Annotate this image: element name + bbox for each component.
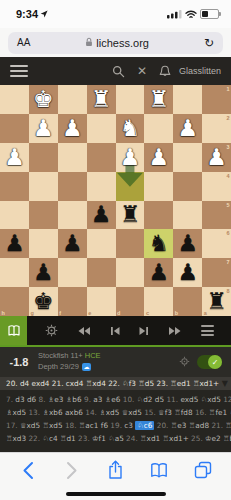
analysis-controls-bar (0, 316, 231, 345)
move[interactable]: ♔f1 (92, 434, 106, 443)
move-number[interactable]: 12. (223, 395, 231, 404)
url-text: lichess.org (96, 37, 149, 49)
chess-board: ♚♜♜1♟♟♞♟2♟♟♟♟34♟♜5♟♟♞♟6♟♟♟7h♚gfedcb♜8a (0, 85, 231, 316)
move-number[interactable]: 17. (6, 421, 18, 430)
square-h5[interactable] (0, 201, 29, 230)
square-g6[interactable] (29, 229, 58, 258)
move-list-line-2: ♗xd5 13. ♗xb6 axb6 14. ♗xd5 ♕xd5 15. ♕f3… (6, 406, 231, 419)
move[interactable]: a3 (93, 395, 102, 404)
square-g4[interactable] (29, 172, 58, 201)
move-number[interactable]: 20. (6, 379, 18, 388)
move-number[interactable]: 18. (65, 421, 77, 430)
move[interactable]: ♕xd5 (122, 408, 142, 417)
engine-info: Stockfish 11+ HCE Depth 29/29 ☁ (38, 351, 179, 373)
file-label-b: b (175, 310, 178, 316)
lock-icon (85, 37, 93, 49)
board-grid: ♚♜♜1♟♟♞♟2♟♟♟♟34♟♜5♟♟♞♟6♟♟♟7h♚gfedcb♜8a (0, 85, 231, 316)
expand-variation-icon[interactable]: ▼ (222, 379, 228, 388)
file-label-f: f (59, 310, 61, 316)
move[interactable]: c3 (124, 421, 133, 430)
white-pawn-f2: ♟ (62, 117, 83, 140)
square-h4[interactable] (0, 172, 29, 201)
square-g5[interactable] (29, 201, 58, 230)
black-king-g8: ♚ (33, 290, 54, 313)
move-number[interactable]: 11. (166, 395, 178, 404)
square-a3[interactable]: ♟3 (202, 143, 231, 172)
move[interactable]: ♘a5 (108, 434, 124, 443)
reader-mode-button[interactable]: AA (17, 37, 30, 48)
move[interactable]: ♖fd8 (174, 408, 192, 417)
square-f6[interactable]: ♟ (58, 229, 87, 258)
square-a7[interactable]: 7 (202, 258, 231, 287)
black-pawn-c7: ♟ (149, 261, 170, 284)
cloud-eval-badge: ☁ (82, 363, 91, 371)
move[interactable]: exd5 (180, 395, 198, 404)
square-g7[interactable]: ♟ (29, 258, 58, 287)
move[interactable]: d4 (20, 379, 29, 388)
location-arrow-icon (40, 8, 48, 20)
square-d3[interactable]: ♟ (116, 143, 145, 172)
square-e3[interactable] (87, 143, 116, 172)
black-pawn-b6: ♟ (177, 232, 198, 255)
back-button[interactable] (16, 458, 40, 482)
move[interactable]: f6 (101, 421, 108, 430)
white-knight-d2: ♞ (120, 117, 141, 140)
hamburger-menu-button[interactable] (10, 65, 28, 77)
square-e1[interactable]: ♜ (87, 85, 116, 114)
engine-toggle-switch[interactable]: ✓ (197, 355, 222, 369)
square-e6[interactable] (87, 229, 116, 258)
next-move-button[interactable] (139, 316, 149, 345)
black-pawn-h6: ♟ (4, 232, 25, 255)
square-e5[interactable]: ♟ (87, 201, 116, 230)
current-move[interactable]: ♘c6 (135, 421, 154, 430)
square-b2[interactable]: ♟ (173, 114, 202, 143)
square-a6[interactable]: 6 (202, 229, 231, 258)
rank-label-4: 4 (226, 173, 229, 179)
analysis-book-button[interactable] (0, 316, 27, 345)
move-number[interactable]: 16. (195, 408, 207, 417)
move-number[interactable]: 22. (108, 379, 120, 388)
square-a8[interactable]: ♜8a (202, 287, 231, 316)
move[interactable]: d5 (155, 395, 164, 404)
move[interactable]: ♖b1 (223, 434, 231, 443)
move[interactable]: ♘xd5 (201, 395, 221, 404)
safari-toolbar (0, 452, 231, 500)
move[interactable]: ♕xd5 (20, 421, 40, 430)
file-label-a: a (204, 310, 207, 316)
square-c2[interactable] (144, 114, 173, 143)
square-a5[interactable]: 5 (202, 201, 231, 230)
move-number[interactable]: 10. (123, 395, 135, 404)
square-a1[interactable]: 1 (202, 85, 231, 114)
black-pawn-g7: ♟ (33, 261, 54, 284)
white-pawn-b2: ♟ (177, 117, 198, 140)
move[interactable]: ♖e3 (171, 421, 187, 430)
move[interactable]: ♖xd3 (6, 434, 26, 443)
reload-button[interactable]: ↻ (204, 36, 214, 50)
square-d8[interactable]: d (116, 287, 145, 316)
move[interactable]: ♘d2 (137, 395, 153, 404)
move[interactable]: ♖d1 (60, 434, 76, 443)
go-to-start-button[interactable] (77, 316, 91, 345)
move[interactable]: ♖xd1 (140, 434, 160, 443)
move-number[interactable]: 9. (84, 395, 91, 404)
move[interactable]: cxd4 (66, 379, 84, 388)
square-e2[interactable] (87, 114, 116, 143)
black-rook-a8: ♜ (206, 290, 227, 313)
move[interactable]: exd4 (32, 379, 50, 388)
gear-icon[interactable] (45, 316, 58, 345)
move-number[interactable]: 19. (110, 421, 122, 430)
square-c1[interactable]: ♜ (144, 85, 173, 114)
square-h8[interactable]: h (0, 287, 29, 316)
square-h6[interactable]: ♟ (0, 229, 29, 258)
square-c3[interactable]: ♟ (144, 143, 173, 172)
move-list-line-3: 17. ♕xd5 ♖xd5 18. ♖ac1 f6 19. c3 ♘c6 20.… (6, 419, 231, 432)
square-d1[interactable] (116, 85, 145, 114)
file-label-g: g (30, 310, 33, 316)
share-icon[interactable] (104, 458, 128, 482)
white-pawn-a3: ♟ (206, 146, 227, 169)
square-b6[interactable]: ♟ (173, 229, 202, 258)
go-to-end-button[interactable] (168, 316, 182, 345)
wifi-icon (185, 5, 197, 23)
engine-variation-strip: 20. d4 exd4 21. cxd4 ♖xd4 22. ♘f3 ♖d5 23… (0, 377, 231, 390)
square-d2[interactable]: ♞ (116, 114, 145, 143)
move[interactable]: ♔e2 (205, 434, 221, 443)
url-text-group[interactable]: lichess.org (30, 37, 204, 49)
engine-settings-gear-icon[interactable] (179, 353, 190, 371)
rank-label-2: 2 (226, 115, 229, 121)
square-f7[interactable] (58, 258, 87, 287)
square-f5[interactable] (58, 201, 87, 230)
move[interactable]: ♖fe1 (209, 408, 227, 417)
url-field[interactable]: AA lichess.org ↻ (8, 32, 223, 54)
black-knight-c6: ♞ (149, 232, 170, 255)
move[interactable]: ♖ac1 (79, 421, 99, 430)
move-list: 7. d3 d6 8. ♗e3 ♗b6 9. a3 ♗e6 10. ♘d2 d5… (0, 390, 231, 452)
move[interactable]: ♕f3 (158, 408, 172, 417)
move[interactable]: ♖xd5 (42, 421, 62, 430)
square-h2[interactable] (0, 114, 29, 143)
move-number[interactable]: 20. (157, 421, 169, 430)
engine-eval-panel: -1.8 Stockfish 11+ HCE Depth 29/29 ☁ ✓ (0, 345, 231, 377)
square-f8[interactable]: f (58, 287, 87, 316)
move[interactable]: ♗xd5 (6, 408, 26, 417)
square-f4[interactable] (58, 172, 87, 201)
lichess-header: ✕ Glasslitten (0, 57, 231, 85)
square-b8[interactable]: b (173, 287, 202, 316)
square-a2[interactable]: 2 (202, 114, 231, 143)
move[interactable]: ♖xd4 (86, 379, 106, 388)
variation-line[interactable]: 20. d4 exd4 21. cxd4 ♖xd4 22. ♘f3 ♖d5 23… (6, 379, 220, 388)
rank-label-1: 1 (226, 86, 229, 92)
rank-label-3: 3 (226, 144, 229, 150)
move-number[interactable]: 22. (28, 434, 40, 443)
safari-url-bar: AA lichess.org ↻ (0, 28, 231, 57)
menu-icon[interactable] (201, 316, 214, 345)
square-d4[interactable] (116, 172, 145, 201)
square-e7[interactable] (87, 258, 116, 287)
white-rook-c1: ♜ (149, 88, 170, 111)
engine-variant: HCE (85, 351, 101, 360)
move-number[interactable]: 8. (39, 395, 46, 404)
file-label-h: h (2, 310, 5, 316)
move[interactable]: axb6 (65, 408, 83, 417)
square-g2[interactable]: ♟ (29, 114, 58, 143)
white-pawn-c3: ♟ (149, 146, 170, 169)
move[interactable]: ♗xd5 (99, 408, 119, 417)
move-number[interactable]: 15. (144, 408, 156, 417)
move-number[interactable]: 13. (28, 408, 40, 417)
rank-label-7: 7 (226, 259, 229, 265)
move-number[interactable]: 25. (191, 434, 203, 443)
move-number[interactable]: 23. (156, 379, 168, 388)
move[interactable]: ♖xd1+ (193, 379, 219, 388)
square-h3[interactable]: ♟ (0, 143, 29, 172)
search-icon[interactable] (110, 62, 128, 80)
square-e4[interactable] (87, 172, 116, 201)
file-label-c: c (146, 310, 149, 316)
black-pawn-e5: ♟ (91, 203, 112, 226)
previous-move-button[interactable] (110, 316, 120, 345)
black-pawn-f6: ♟ (62, 232, 83, 255)
file-label-e: e (88, 310, 91, 316)
square-d6[interactable] (116, 229, 145, 258)
square-c8[interactable]: c (144, 287, 173, 316)
square-b4[interactable] (173, 172, 202, 201)
move[interactable]: d3 (15, 395, 24, 404)
square-f2[interactable]: ♟ (58, 114, 87, 143)
move[interactable]: d6 (27, 395, 36, 404)
square-c4[interactable] (144, 172, 173, 201)
home-indicator[interactable] (66, 492, 166, 496)
move[interactable]: ♖xd1+ (163, 434, 189, 443)
square-a4[interactable]: 4 (202, 172, 231, 201)
square-h7[interactable] (0, 258, 29, 287)
square-g8[interactable]: ♚g (29, 287, 58, 316)
square-c7[interactable]: ♟ (144, 258, 173, 287)
move-list-line-4: ♖xd3 22. ♘c4 ♖d1 23. ♔f1 ♘a5 24. ♖xd1 ♖x… (6, 432, 231, 445)
move[interactable]: ♖d5 (138, 379, 154, 388)
engine-name: Stockfish 11+ (38, 351, 83, 360)
move[interactable]: ♗e6 (105, 395, 121, 404)
move-number[interactable]: 24. (126, 434, 138, 443)
toggle-check-icon: ✓ (208, 355, 222, 369)
clock: 9:34 (16, 8, 38, 20)
rank-label-8: 8 (226, 288, 229, 294)
square-c6[interactable]: ♞ (144, 229, 173, 258)
close-icon[interactable]: ✕ (133, 62, 151, 80)
square-e8[interactable]: e (87, 287, 116, 316)
bell-icon[interactable] (156, 62, 174, 80)
move[interactable]: ♖ed1 (170, 379, 190, 388)
rank-label-6: 6 (226, 230, 229, 236)
bookmarks-icon[interactable] (147, 458, 171, 482)
square-f3[interactable] (58, 143, 87, 172)
square-b5[interactable] (173, 201, 202, 230)
black-rook-d5: ♜ (120, 203, 141, 226)
engine-depth: Depth 29/29 (38, 362, 79, 373)
move-number[interactable]: 21. (52, 379, 64, 388)
white-king-g1: ♚ (33, 88, 54, 111)
square-f1[interactable] (58, 85, 87, 114)
move[interactable]: ♘f3 (122, 379, 136, 388)
white-rook-e1: ♜ (91, 88, 112, 111)
move[interactable]: ♖ad8 (189, 421, 209, 430)
move-list-line-1: 7. d3 d6 8. ♗e3 ♗b6 9. a3 ♗e6 10. ♘d2 d5… (6, 393, 231, 406)
move[interactable]: ♗xb6 (42, 408, 62, 417)
black-pawn-b7: ♟ (177, 261, 198, 284)
square-d7[interactable] (116, 258, 145, 287)
phone-screen: 9:34 AA (0, 0, 231, 500)
square-h1[interactable] (0, 85, 29, 114)
rank-label-5: 5 (226, 202, 229, 208)
move[interactable]: ♖ce1 (225, 421, 231, 430)
tabs-icon[interactable] (191, 458, 215, 482)
eval-score: -1.8 (0, 356, 38, 368)
move-number[interactable]: 7. (6, 395, 13, 404)
square-c5[interactable] (144, 201, 173, 230)
white-pawn-g2: ♟ (33, 117, 54, 140)
square-b1[interactable] (173, 85, 202, 114)
square-d5[interactable]: ♜ (116, 201, 145, 230)
square-b7[interactable]: ♟ (173, 258, 202, 287)
move-number[interactable]: 14. (85, 408, 97, 417)
move-number[interactable]: 23. (78, 434, 90, 443)
white-pawn-h3: ♟ (4, 146, 25, 169)
battery-icon (200, 9, 219, 19)
move[interactable]: ♗b6 (66, 395, 82, 404)
square-g1[interactable]: ♚ (29, 85, 58, 114)
white-pawn-d3: ♟ (120, 146, 141, 169)
forward-button[interactable] (60, 458, 84, 482)
move[interactable]: ♘c4 (42, 434, 57, 443)
move[interactable]: ♘d4 (229, 408, 231, 417)
username[interactable]: Glasslitten (179, 66, 221, 76)
cellular-signal-icon (167, 5, 182, 23)
square-g3[interactable] (29, 143, 58, 172)
move-number[interactable]: 21. (211, 421, 223, 430)
square-b3[interactable] (173, 143, 202, 172)
move[interactable]: ♗e3 (48, 395, 64, 404)
status-bar: 9:34 (0, 0, 231, 28)
file-label-d: d (117, 310, 120, 316)
